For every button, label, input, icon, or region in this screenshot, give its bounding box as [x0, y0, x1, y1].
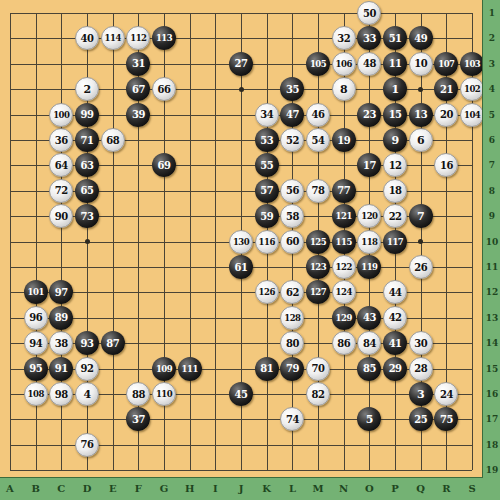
stone-black-23[interactable]: 23 [357, 103, 381, 127]
stone-number: 84 [363, 337, 376, 349]
stone-number: 12 [389, 160, 402, 172]
stone-number: 107 [438, 59, 454, 70]
star-point [239, 87, 244, 92]
stone-number: 89 [55, 312, 68, 324]
row-label-7: 7 [484, 160, 500, 170]
stone-white-86[interactable]: 86 [332, 331, 356, 355]
col-label-A: A [3, 483, 17, 494]
stone-white-66[interactable]: 66 [152, 77, 176, 101]
stone-black-13[interactable]: 13 [409, 103, 433, 127]
stone-number: 99 [81, 109, 94, 121]
stone-black-109[interactable]: 109 [152, 357, 176, 381]
stone-number: 17 [363, 160, 376, 172]
stone-white-2[interactable]: 2 [75, 77, 99, 101]
stone-black-93[interactable]: 93 [75, 331, 99, 355]
stone-black-11[interactable]: 11 [383, 52, 407, 76]
stone-white-50[interactable]: 50 [357, 1, 381, 25]
stone-black-117[interactable]: 117 [383, 230, 407, 254]
stone-white-58[interactable]: 58 [280, 204, 304, 228]
stone-number: 37 [132, 414, 145, 426]
row-label-4: 4 [484, 84, 500, 94]
col-label-N: N [337, 483, 351, 494]
stone-black-79[interactable]: 79 [280, 357, 304, 381]
stone-white-34[interactable]: 34 [255, 103, 279, 127]
stone-number: 60 [286, 236, 299, 248]
stone-white-90[interactable]: 90 [49, 204, 73, 228]
col-label-M: M [311, 483, 325, 494]
stone-number: 2 [83, 82, 90, 96]
stone-number: 109 [156, 363, 172, 374]
stone-black-61[interactable]: 61 [229, 255, 253, 279]
stone-black-105[interactable]: 105 [306, 52, 330, 76]
stone-white-8[interactable]: 8 [332, 77, 356, 101]
stone-number: 108 [28, 389, 44, 400]
stone-black-101[interactable]: 101 [24, 280, 48, 304]
stone-number: 48 [363, 58, 376, 70]
row-label-9: 9 [484, 211, 500, 221]
stone-black-113[interactable]: 113 [152, 26, 176, 50]
stone-number: 95 [29, 363, 42, 375]
stone-black-7[interactable]: 7 [409, 204, 433, 228]
star-point [418, 87, 423, 92]
stone-white-6[interactable]: 6 [409, 128, 433, 152]
stone-white-18[interactable]: 18 [383, 179, 407, 203]
stone-number: 16 [440, 160, 453, 172]
stone-number: 128 [284, 313, 300, 324]
stone-number: 123 [310, 262, 326, 273]
stone-white-36[interactable]: 36 [49, 128, 73, 152]
stone-number: 104 [464, 109, 480, 120]
stone-white-38[interactable]: 38 [49, 331, 73, 355]
stone-black-129[interactable]: 129 [332, 306, 356, 330]
stone-white-70[interactable]: 70 [306, 357, 330, 381]
row-label-11: 11 [484, 262, 500, 272]
stone-number: 86 [337, 337, 350, 349]
stone-white-124[interactable]: 124 [332, 280, 356, 304]
stone-number: 28 [414, 363, 427, 375]
stone-black-123[interactable]: 123 [306, 255, 330, 279]
stone-number: 33 [363, 33, 376, 45]
stone-black-9[interactable]: 9 [383, 128, 407, 152]
stone-number: 72 [55, 185, 68, 197]
row-label-12: 12 [484, 287, 500, 297]
stone-number: 20 [440, 109, 453, 121]
col-label-S: S [465, 483, 479, 494]
stone-white-56[interactable]: 56 [280, 179, 304, 203]
stone-black-71[interactable]: 71 [75, 128, 99, 152]
stone-black-127[interactable]: 127 [306, 280, 330, 304]
stone-number: 7 [417, 209, 424, 223]
stone-black-77[interactable]: 77 [332, 179, 356, 203]
row-label-14: 14 [484, 338, 500, 348]
stone-white-98[interactable]: 98 [49, 382, 73, 406]
stone-number: 105 [310, 59, 326, 70]
stone-black-45[interactable]: 45 [229, 382, 253, 406]
stone-number: 101 [28, 287, 44, 298]
stone-number: 5 [366, 413, 373, 427]
stone-white-110[interactable]: 110 [152, 382, 176, 406]
stone-black-107[interactable]: 107 [434, 52, 458, 76]
stone-number: 129 [336, 313, 352, 324]
stone-number: 31 [132, 58, 145, 70]
stone-number: 24 [440, 388, 453, 400]
stone-number: 46 [312, 109, 325, 121]
stone-black-31[interactable]: 31 [126, 52, 150, 76]
stone-black-27[interactable]: 27 [229, 52, 253, 76]
stone-white-48[interactable]: 48 [357, 52, 381, 76]
stone-black-119[interactable]: 119 [357, 255, 381, 279]
stone-number: 102 [464, 84, 480, 95]
col-label-P: P [388, 483, 402, 494]
stone-number: 8 [340, 82, 347, 96]
stone-black-17[interactable]: 17 [357, 153, 381, 177]
stone-number: 103 [464, 59, 480, 70]
stone-black-41[interactable]: 41 [383, 331, 407, 355]
stone-number: 42 [389, 312, 402, 324]
stone-number: 114 [105, 33, 121, 44]
stone-black-5[interactable]: 5 [357, 407, 381, 431]
stone-number: 78 [312, 185, 325, 197]
stone-number: 4 [83, 387, 90, 401]
stone-number: 116 [259, 236, 275, 247]
stone-number: 56 [286, 185, 299, 197]
stone-white-126[interactable]: 126 [255, 280, 279, 304]
grid-hline [10, 470, 472, 471]
row-label-19: 19 [484, 465, 500, 475]
stone-number: 45 [235, 388, 248, 400]
stone-number: 119 [361, 262, 377, 273]
stone-white-78[interactable]: 78 [306, 179, 330, 203]
stone-number: 27 [235, 58, 248, 70]
stone-number: 3 [417, 387, 424, 401]
stone-number: 73 [81, 210, 94, 222]
stone-black-39[interactable]: 39 [126, 103, 150, 127]
go-board[interactable]: 1234567891011121315161718192021222324252… [0, 0, 500, 500]
stone-white-22[interactable]: 22 [383, 204, 407, 228]
col-label-E: E [106, 483, 120, 494]
stone-white-24[interactable]: 24 [434, 382, 458, 406]
stone-black-55[interactable]: 55 [255, 153, 279, 177]
stone-black-57[interactable]: 57 [255, 179, 279, 203]
stone-number: 32 [337, 33, 350, 45]
row-label-16: 16 [484, 389, 500, 399]
col-label-J: J [234, 483, 248, 494]
stone-number: 52 [286, 134, 299, 146]
stone-white-52[interactable]: 52 [280, 128, 304, 152]
stone-black-85[interactable]: 85 [357, 357, 381, 381]
stone-white-130[interactable]: 130 [229, 230, 253, 254]
stone-number: 85 [363, 363, 376, 375]
stone-number: 49 [414, 33, 427, 45]
stone-white-94[interactable]: 94 [24, 331, 48, 355]
stone-number: 115 [336, 236, 352, 247]
stone-black-51[interactable]: 51 [383, 26, 407, 50]
stone-number: 36 [55, 134, 68, 146]
stone-number: 40 [81, 33, 94, 45]
stone-number: 113 [156, 33, 172, 44]
stone-number: 67 [132, 83, 145, 95]
stone-white-64[interactable]: 64 [49, 153, 73, 177]
stone-number: 122 [336, 262, 352, 273]
col-label-K: K [260, 483, 274, 494]
stone-number: 75 [440, 414, 453, 426]
stone-white-88[interactable]: 88 [126, 382, 150, 406]
stone-number: 91 [55, 363, 68, 375]
stone-number: 43 [363, 312, 376, 324]
stone-number: 29 [389, 363, 402, 375]
stone-white-106[interactable]: 106 [332, 52, 356, 76]
stone-number: 70 [312, 363, 325, 375]
stone-number: 23 [363, 109, 376, 121]
col-label-G: G [157, 483, 171, 494]
stone-number: 53 [260, 134, 273, 146]
stone-number: 111 [182, 363, 198, 374]
stone-black-81[interactable]: 81 [255, 357, 279, 381]
stone-black-95[interactable]: 95 [24, 357, 48, 381]
stone-white-96[interactable]: 96 [24, 306, 48, 330]
stone-number: 127 [310, 287, 326, 298]
row-label-2: 2 [484, 33, 500, 43]
row-label-1: 1 [484, 8, 500, 18]
stone-white-76[interactable]: 76 [75, 433, 99, 457]
stone-number: 54 [312, 134, 325, 146]
row-label-3: 3 [484, 59, 500, 69]
stone-white-16[interactable]: 16 [434, 153, 458, 177]
stone-white-20[interactable]: 20 [434, 103, 458, 127]
stone-number: 34 [260, 109, 273, 121]
col-label-Q: Q [414, 483, 428, 494]
stone-white-100[interactable]: 100 [49, 103, 73, 127]
col-label-F: F [131, 483, 145, 494]
stone-number: 110 [156, 389, 172, 400]
row-label-8: 8 [484, 186, 500, 196]
stone-white-122[interactable]: 122 [332, 255, 356, 279]
col-label-L: L [285, 483, 299, 494]
stone-number: 92 [81, 363, 94, 375]
stone-black-63[interactable]: 63 [75, 153, 99, 177]
stone-number: 41 [389, 337, 402, 349]
stone-number: 125 [310, 236, 326, 247]
stone-black-21[interactable]: 21 [434, 77, 458, 101]
stone-white-44[interactable]: 44 [383, 280, 407, 304]
stone-number: 26 [414, 261, 427, 273]
stone-black-65[interactable]: 65 [75, 179, 99, 203]
stone-black-75[interactable]: 75 [434, 407, 458, 431]
stone-white-82[interactable]: 82 [306, 382, 330, 406]
stone-black-111[interactable]: 111 [178, 357, 202, 381]
stone-number: 98 [55, 388, 68, 400]
stone-number: 82 [312, 388, 325, 400]
stone-number: 126 [259, 287, 275, 298]
stone-number: 38 [55, 337, 68, 349]
stone-white-92[interactable]: 92 [75, 357, 99, 381]
stone-number: 11 [389, 58, 402, 70]
stone-white-60[interactable]: 60 [280, 230, 304, 254]
stone-white-32[interactable]: 32 [332, 26, 356, 50]
star-point [85, 239, 90, 244]
stone-number: 64 [55, 160, 68, 172]
stone-number: 71 [81, 134, 94, 146]
stone-black-53[interactable]: 53 [255, 128, 279, 152]
stone-number: 55 [260, 160, 273, 172]
stone-white-118[interactable]: 118 [357, 230, 381, 254]
stone-number: 58 [286, 210, 299, 222]
row-label-10: 10 [484, 237, 500, 247]
stone-black-89[interactable]: 89 [49, 306, 73, 330]
stone-white-120[interactable]: 120 [357, 204, 381, 228]
stone-white-46[interactable]: 46 [306, 103, 330, 127]
stone-number: 96 [29, 312, 42, 324]
stone-number: 124 [336, 287, 352, 298]
stone-number: 68 [106, 134, 119, 146]
stone-number: 74 [286, 414, 299, 426]
stone-white-4[interactable]: 4 [75, 382, 99, 406]
stone-black-59[interactable]: 59 [255, 204, 279, 228]
grid-hline [10, 419, 472, 420]
stone-white-80[interactable]: 80 [280, 331, 304, 355]
stone-white-12[interactable]: 12 [383, 153, 407, 177]
stone-number: 100 [53, 109, 69, 120]
row-label-15: 15 [484, 364, 500, 374]
stone-number: 6 [417, 133, 424, 147]
stone-black-69[interactable]: 69 [152, 153, 176, 177]
stone-number: 9 [392, 133, 399, 147]
star-point [418, 239, 423, 244]
row-label-18: 18 [484, 440, 500, 450]
stone-white-112[interactable]: 112 [126, 26, 150, 50]
col-label-R: R [439, 483, 453, 494]
stone-black-29[interactable]: 29 [383, 357, 407, 381]
stone-number: 80 [286, 337, 299, 349]
stone-number: 69 [158, 160, 171, 172]
stone-black-37[interactable]: 37 [126, 407, 150, 431]
stone-black-103[interactable]: 103 [460, 52, 484, 76]
stone-number: 25 [414, 414, 427, 426]
stone-white-54[interactable]: 54 [306, 128, 330, 152]
stone-white-108[interactable]: 108 [24, 382, 48, 406]
stone-white-116[interactable]: 116 [255, 230, 279, 254]
stone-black-49[interactable]: 49 [409, 26, 433, 50]
col-label-H: H [183, 483, 197, 494]
stone-white-26[interactable]: 26 [409, 255, 433, 279]
col-label-I: I [208, 483, 222, 494]
row-label-6: 6 [484, 135, 500, 145]
stone-number: 79 [286, 363, 299, 375]
stone-black-125[interactable]: 125 [306, 230, 330, 254]
col-label-C: C [54, 483, 68, 494]
stone-number: 65 [81, 185, 94, 197]
stone-black-121[interactable]: 121 [332, 204, 356, 228]
stone-number: 39 [132, 109, 145, 121]
stone-number: 88 [132, 388, 145, 400]
stone-number: 35 [286, 83, 299, 95]
row-label-5: 5 [484, 110, 500, 120]
stone-black-87[interactable]: 87 [101, 331, 125, 355]
stone-white-102[interactable]: 102 [460, 77, 484, 101]
stone-number: 118 [361, 236, 377, 247]
stone-number: 57 [260, 185, 273, 197]
stone-number: 30 [414, 337, 427, 349]
stone-black-3[interactable]: 3 [409, 382, 433, 406]
stone-white-84[interactable]: 84 [357, 331, 381, 355]
stone-white-114[interactable]: 114 [101, 26, 125, 50]
stone-number: 19 [337, 134, 350, 146]
stone-number: 44 [389, 287, 402, 299]
stone-number: 81 [260, 363, 273, 375]
stone-black-91[interactable]: 91 [49, 357, 73, 381]
stone-number: 47 [286, 109, 299, 121]
stone-number: 93 [81, 337, 94, 349]
stone-number: 1 [392, 82, 399, 96]
col-label-O: O [362, 483, 376, 494]
stone-number: 121 [336, 211, 352, 222]
stone-black-33[interactable]: 33 [357, 26, 381, 50]
stone-white-72[interactable]: 72 [49, 179, 73, 203]
stone-black-35[interactable]: 35 [280, 77, 304, 101]
stone-black-43[interactable]: 43 [357, 306, 381, 330]
stone-white-40[interactable]: 40 [75, 26, 99, 50]
stone-number: 15 [389, 109, 402, 121]
stone-number: 61 [235, 261, 248, 273]
stone-black-99[interactable]: 99 [75, 103, 99, 127]
stone-white-42[interactable]: 42 [383, 306, 407, 330]
stone-white-68[interactable]: 68 [101, 128, 125, 152]
stone-number: 120 [361, 211, 377, 222]
row-label-17: 17 [484, 414, 500, 424]
stone-number: 77 [337, 185, 350, 197]
stone-number: 62 [286, 287, 299, 299]
stone-number: 130 [233, 236, 249, 247]
stone-black-97[interactable]: 97 [49, 280, 73, 304]
stone-number: 10 [414, 58, 427, 70]
stone-black-15[interactable]: 15 [383, 103, 407, 127]
stone-white-128[interactable]: 128 [280, 306, 304, 330]
stone-black-115[interactable]: 115 [332, 230, 356, 254]
stone-number: 21 [440, 83, 453, 95]
stone-number: 50 [363, 7, 376, 19]
stone-number: 76 [81, 439, 94, 451]
stone-black-47[interactable]: 47 [280, 103, 304, 127]
stone-number: 94 [29, 337, 42, 349]
stone-number: 63 [81, 160, 94, 172]
stone-number: 112 [130, 33, 146, 44]
stone-black-73[interactable]: 73 [75, 204, 99, 228]
stone-number: 18 [389, 185, 402, 197]
stone-black-67[interactable]: 67 [126, 77, 150, 101]
stone-number: 51 [389, 33, 402, 45]
stone-number: 87 [106, 337, 119, 349]
stone-white-28[interactable]: 28 [409, 357, 433, 381]
stone-black-25[interactable]: 25 [409, 407, 433, 431]
stone-number: 90 [55, 210, 68, 222]
stone-white-62[interactable]: 62 [280, 280, 304, 304]
stone-black-19[interactable]: 19 [332, 128, 356, 152]
stone-number: 66 [158, 83, 171, 95]
stone-white-30[interactable]: 30 [409, 331, 433, 355]
stone-black-1[interactable]: 1 [383, 77, 407, 101]
stone-number: 106 [336, 59, 352, 70]
stone-number: 22 [389, 210, 402, 222]
stone-white-104[interactable]: 104 [460, 103, 484, 127]
stone-white-74[interactable]: 74 [280, 407, 304, 431]
stone-number: 59 [260, 210, 273, 222]
col-label-B: B [29, 483, 43, 494]
stone-number: 117 [387, 236, 403, 247]
stone-number: 13 [414, 109, 427, 121]
col-label-D: D [80, 483, 94, 494]
stone-number: 97 [55, 287, 68, 299]
stone-white-10[interactable]: 10 [409, 52, 433, 76]
